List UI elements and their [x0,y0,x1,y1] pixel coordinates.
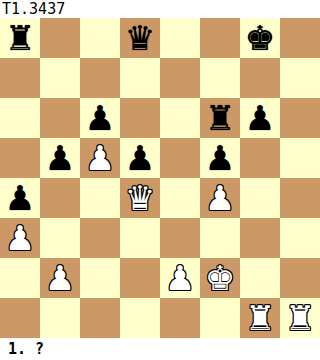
black-king-piece: ♚ [245,18,275,58]
square-g2 [240,258,280,298]
square-b3 [40,218,80,258]
square-f5: ♟ [200,138,240,178]
square-c2 [80,258,120,298]
square-c6: ♟ [80,98,120,138]
move-prompt: 1. ? [8,338,44,360]
square-e8 [160,18,200,58]
square-b2: ♟ [40,258,80,298]
chess-board: ♜♛♚♟♜♟♟♟♟♟♟♛♟♟♟♟♚♜♜ [0,18,320,338]
square-a1 [0,298,40,338]
diagram-title: T1.3437 [2,0,65,18]
black-pawn-piece: ♟ [45,138,75,178]
square-d7 [120,58,160,98]
square-a5 [0,138,40,178]
square-f1 [200,298,240,338]
white-pawn-piece: ♟ [85,138,115,178]
square-d5: ♟ [120,138,160,178]
chess-diagram: T1.3437 ♜♛♚♟♜♟♟♟♟♟♟♛♟♟♟♟♚♜♜ 1. ? [0,0,320,360]
square-f6: ♜ [200,98,240,138]
square-d4: ♛ [120,178,160,218]
square-b5: ♟ [40,138,80,178]
square-e7 [160,58,200,98]
square-h1: ♜ [280,298,320,338]
square-c5: ♟ [80,138,120,178]
square-g7 [240,58,280,98]
square-b1 [40,298,80,338]
square-e3 [160,218,200,258]
square-e5 [160,138,200,178]
square-h7 [280,58,320,98]
square-f7 [200,58,240,98]
black-pawn-piece: ♟ [125,138,155,178]
square-e1 [160,298,200,338]
square-h3 [280,218,320,258]
square-c4 [80,178,120,218]
square-g1: ♜ [240,298,280,338]
square-a6 [0,98,40,138]
square-b7 [40,58,80,98]
white-queen-piece: ♛ [125,178,155,218]
square-c8 [80,18,120,58]
black-rook-piece: ♜ [5,18,35,58]
black-pawn-piece: ♟ [205,138,235,178]
black-queen-piece: ♛ [125,18,155,58]
square-g3 [240,218,280,258]
square-f2: ♚ [200,258,240,298]
white-pawn-piece: ♟ [165,258,195,298]
square-d6 [120,98,160,138]
black-pawn-piece: ♟ [245,98,275,138]
square-e4 [160,178,200,218]
square-a4: ♟ [0,178,40,218]
square-a8: ♜ [0,18,40,58]
square-h2 [280,258,320,298]
square-h5 [280,138,320,178]
white-rook-piece: ♜ [245,298,275,338]
white-pawn-piece: ♟ [5,218,35,258]
square-a3: ♟ [0,218,40,258]
square-g4 [240,178,280,218]
white-king-piece: ♚ [205,258,235,298]
black-rook-piece: ♜ [205,98,235,138]
square-g8: ♚ [240,18,280,58]
white-rook-piece: ♜ [285,298,315,338]
square-g6: ♟ [240,98,280,138]
square-b4 [40,178,80,218]
white-pawn-piece: ♟ [205,178,235,218]
square-d8: ♛ [120,18,160,58]
square-e6 [160,98,200,138]
square-c3 [80,218,120,258]
white-pawn-piece: ♟ [45,258,75,298]
square-h4 [280,178,320,218]
square-a2 [0,258,40,298]
square-d1 [120,298,160,338]
square-b6 [40,98,80,138]
square-f8 [200,18,240,58]
square-h6 [280,98,320,138]
square-d3 [120,218,160,258]
square-g5 [240,138,280,178]
black-pawn-piece: ♟ [5,178,35,218]
square-f4: ♟ [200,178,240,218]
square-f3 [200,218,240,258]
black-pawn-piece: ♟ [85,98,115,138]
square-d2 [120,258,160,298]
square-c7 [80,58,120,98]
square-h8 [280,18,320,58]
square-a7 [0,58,40,98]
square-b8 [40,18,80,58]
square-c1 [80,298,120,338]
square-e2: ♟ [160,258,200,298]
